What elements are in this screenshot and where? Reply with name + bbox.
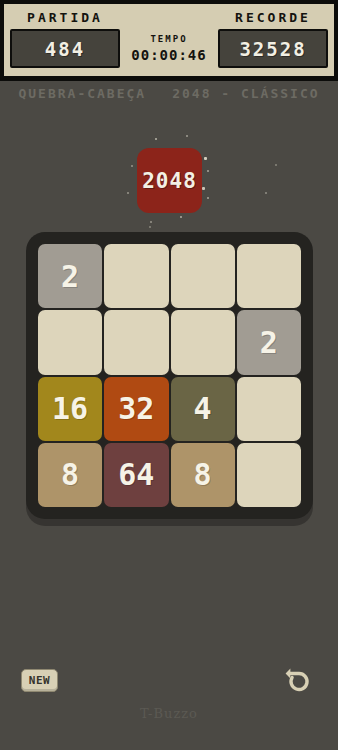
- cell-empty: [237, 377, 301, 441]
- recorde-box: 32528: [218, 29, 328, 68]
- tile-2: 2: [38, 244, 102, 308]
- new-game-button[interactable]: NEW: [21, 669, 58, 692]
- partida-box: 484: [10, 29, 120, 68]
- particle: [180, 216, 182, 218]
- recorde-label: RECORDE: [235, 7, 311, 29]
- cell-empty: [237, 244, 301, 308]
- partida-value: 484: [45, 38, 85, 60]
- score-panel: PARTIDA 484 TEMPO 00:00:46 RECORDE 32528: [0, 0, 338, 81]
- particle: [202, 187, 205, 190]
- subtitle-left: QUEBRA-CABEÇA: [18, 86, 146, 101]
- cell-empty: [38, 310, 102, 374]
- game-screen: PARTIDA 484 TEMPO 00:00:46 RECORDE 32528…: [0, 0, 338, 750]
- score-panel-inner: PARTIDA 484 TEMPO 00:00:46 RECORDE 32528: [4, 4, 334, 76]
- particle: [204, 157, 207, 160]
- particle: [131, 165, 133, 167]
- logo-2048-tile: 2048: [137, 148, 202, 213]
- game-mode-subtitle: QUEBRA-CABEÇA 2048 - CLÁSSICO: [0, 86, 338, 101]
- recorde-value: 32528: [239, 38, 306, 60]
- tile-16: 16: [38, 377, 102, 441]
- tempo-block: TEMPO 00:00:46: [131, 34, 206, 63]
- tile-2: 2: [237, 310, 301, 374]
- cell-empty: [104, 244, 168, 308]
- particle: [275, 164, 277, 166]
- tile-64: 64: [104, 443, 168, 507]
- logo-2048-text: 2048: [142, 169, 197, 193]
- cell-empty: [171, 310, 235, 374]
- cell-empty: [104, 310, 168, 374]
- tempo-label: TEMPO: [150, 34, 187, 44]
- particle: [150, 221, 152, 223]
- particle: [155, 138, 157, 140]
- undo-arrow-icon: [285, 666, 313, 694]
- tempo-value: 00:00:46: [131, 47, 206, 63]
- subtitle-right: 2048 - CLÁSSICO: [172, 86, 319, 101]
- particle: [186, 135, 188, 137]
- recorde-block: RECORDE 32528: [217, 7, 329, 68]
- particle: [265, 192, 267, 194]
- board-grid[interactable]: 22163248648: [26, 232, 313, 519]
- cell-empty: [171, 244, 235, 308]
- cell-empty: [237, 443, 301, 507]
- partida-block: PARTIDA 484: [9, 7, 121, 68]
- particle: [127, 192, 129, 194]
- tile-32: 32: [104, 377, 168, 441]
- particle: [207, 170, 209, 172]
- tile-8: 8: [38, 443, 102, 507]
- particle: [149, 226, 151, 228]
- tile-4: 4: [171, 377, 235, 441]
- tile-8: 8: [171, 443, 235, 507]
- partida-label: PARTIDA: [27, 7, 103, 29]
- watermark: T-Buzzo: [0, 706, 338, 721]
- particle: [207, 197, 209, 199]
- undo-button[interactable]: [284, 665, 314, 695]
- new-game-label: NEW: [29, 674, 50, 687]
- logo-area: 2048: [0, 130, 338, 240]
